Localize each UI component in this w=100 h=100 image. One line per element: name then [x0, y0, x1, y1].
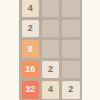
tile-2: 2	[62, 81, 79, 99]
tile-32: 32	[22, 81, 39, 99]
tile-8: 8	[22, 40, 39, 58]
tile-4: 4	[42, 81, 59, 99]
tile-16: 16	[22, 61, 39, 79]
empty-cell	[42, 40, 59, 58]
game-board-2048[interactable]: 4281623242	[19, 0, 82, 100]
tile-2: 2	[42, 61, 59, 79]
game-screen: 4281623242	[0, 0, 100, 100]
empty-cell	[62, 61, 79, 79]
empty-cell	[42, 0, 59, 17]
tile-2: 2	[22, 20, 39, 38]
empty-cell	[42, 20, 59, 38]
empty-cell	[62, 20, 79, 38]
tile-4: 4	[22, 0, 39, 17]
empty-cell	[62, 40, 79, 58]
empty-cell	[62, 0, 79, 17]
